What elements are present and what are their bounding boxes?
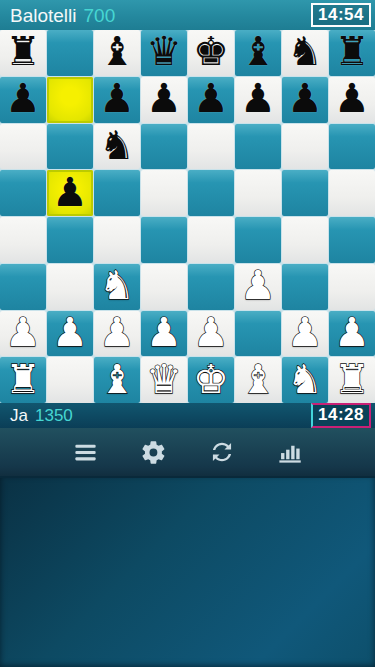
square-b4[interactable]	[47, 217, 93, 263]
square-a7[interactable]: ♟	[0, 77, 46, 123]
square-b2[interactable]: ♟	[47, 311, 93, 357]
square-b1[interactable]	[47, 357, 93, 403]
toolbar	[0, 428, 375, 476]
black-knight-g8: ♞	[287, 30, 323, 74]
white-pawn-b2: ♟	[52, 311, 88, 355]
settings-button[interactable]	[137, 435, 171, 469]
square-e1[interactable]: ♚	[188, 357, 234, 403]
black-pawn-h7: ♟	[334, 77, 370, 121]
stats-icon	[276, 439, 303, 466]
square-h2[interactable]: ♟	[329, 311, 375, 357]
square-c7[interactable]: ♟	[94, 77, 140, 123]
stats-button[interactable]	[273, 435, 307, 469]
player-clock: 14:28	[311, 403, 371, 428]
square-a6[interactable]	[0, 124, 46, 170]
square-c1[interactable]: ♝	[94, 357, 140, 403]
square-d6[interactable]	[141, 124, 187, 170]
content-panel	[0, 476, 375, 667]
black-bishop-c8: ♝	[99, 30, 135, 74]
black-bishop-f8: ♝	[240, 30, 276, 74]
white-rook-h1: ♜	[334, 357, 370, 401]
square-b8[interactable]	[47, 30, 93, 76]
square-c4[interactable]	[94, 217, 140, 263]
black-pawn-d7: ♟	[146, 77, 182, 121]
opponent-rating: 700	[84, 6, 116, 25]
square-e3[interactable]	[188, 264, 234, 310]
black-pawn-g7: ♟	[287, 77, 323, 121]
player-rating: 1350	[35, 407, 73, 424]
square-e2[interactable]: ♟	[188, 311, 234, 357]
black-rook-a8: ♜	[5, 30, 41, 74]
white-rook-a1: ♜	[5, 357, 41, 401]
square-f5[interactable]	[235, 170, 281, 216]
player-bar: Ja 1350 14:28	[0, 403, 375, 428]
square-d8[interactable]: ♛	[141, 30, 187, 76]
square-d3[interactable]	[141, 264, 187, 310]
square-a3[interactable]	[0, 264, 46, 310]
square-c8[interactable]: ♝	[94, 30, 140, 76]
square-a8[interactable]: ♜	[0, 30, 46, 76]
square-f6[interactable]	[235, 124, 281, 170]
square-c2[interactable]: ♟	[94, 311, 140, 357]
square-a2[interactable]: ♟	[0, 311, 46, 357]
player-name: Ja	[10, 407, 28, 424]
square-g7[interactable]: ♟	[282, 77, 328, 123]
white-pawn-g2: ♟	[287, 311, 323, 355]
square-e5[interactable]	[188, 170, 234, 216]
square-d2[interactable]: ♟	[141, 311, 187, 357]
flip-board-button[interactable]	[205, 435, 239, 469]
square-g6[interactable]	[282, 124, 328, 170]
square-e6[interactable]	[188, 124, 234, 170]
white-king-e1: ♚	[193, 357, 229, 401]
white-bishop-f1: ♝	[240, 357, 276, 401]
square-f4[interactable]	[235, 217, 281, 263]
black-queen-d8: ♛	[146, 30, 182, 74]
square-g8[interactable]: ♞	[282, 30, 328, 76]
white-knight-c3: ♞	[99, 264, 135, 308]
square-b6[interactable]	[47, 124, 93, 170]
square-h5[interactable]	[329, 170, 375, 216]
square-h4[interactable]	[329, 217, 375, 263]
square-h8[interactable]: ♜	[329, 30, 375, 76]
menu-button[interactable]	[69, 435, 103, 469]
square-b3[interactable]	[47, 264, 93, 310]
white-bishop-c1: ♝	[99, 357, 135, 401]
black-pawn-c7: ♟	[99, 77, 135, 121]
square-b7[interactable]	[47, 77, 93, 123]
square-d1[interactable]: ♛	[141, 357, 187, 403]
menu-icon	[72, 439, 99, 466]
square-f3[interactable]: ♟	[235, 264, 281, 310]
opponent-name: Balotelli	[10, 6, 77, 25]
square-h6[interactable]	[329, 124, 375, 170]
black-king-e8: ♚	[193, 30, 229, 74]
square-e8[interactable]: ♚	[188, 30, 234, 76]
flip-board-icon	[202, 432, 242, 472]
white-knight-g1: ♞	[287, 357, 323, 401]
black-pawn-a7: ♟	[5, 77, 41, 121]
square-a4[interactable]	[0, 217, 46, 263]
square-a1[interactable]: ♜	[0, 357, 46, 403]
square-b5[interactable]: ♟	[47, 170, 93, 216]
black-pawn-f7: ♟	[240, 77, 276, 121]
square-c5[interactable]	[94, 170, 140, 216]
square-f7[interactable]: ♟	[235, 77, 281, 123]
square-d5[interactable]	[141, 170, 187, 216]
white-pawn-d2: ♟	[146, 311, 182, 355]
square-e4[interactable]	[188, 217, 234, 263]
white-pawn-f3: ♟	[240, 264, 276, 308]
board: ♜♝♛♚♝♞♜♟♟♟♟♟♟♟♞♟♞♟♟♟♟♟♟♟♟♜♝♛♚♝♞♜	[0, 30, 375, 403]
square-a5[interactable]	[0, 170, 46, 216]
square-g4[interactable]	[282, 217, 328, 263]
square-c6[interactable]: ♞	[94, 124, 140, 170]
square-d7[interactable]: ♟	[141, 77, 187, 123]
square-f2[interactable]	[235, 311, 281, 357]
opponent-clock: 14:54	[311, 3, 371, 28]
square-g1[interactable]: ♞	[282, 357, 328, 403]
square-g5[interactable]	[282, 170, 328, 216]
square-d4[interactable]	[141, 217, 187, 263]
white-queen-d1: ♛	[146, 357, 182, 401]
chess-app-screen: Balotelli 700 14:54 ♜♝♛♚♝♞♜♟♟♟♟♟♟♟♞♟♞♟♟♟…	[0, 0, 375, 667]
square-c3[interactable]: ♞	[94, 264, 140, 310]
square-h3[interactable]	[329, 264, 375, 310]
black-knight-c6: ♞	[99, 124, 135, 168]
white-pawn-h2: ♟	[334, 311, 370, 355]
gear-icon	[140, 439, 167, 466]
white-pawn-a2: ♟	[5, 311, 41, 355]
white-pawn-c2: ♟	[99, 311, 135, 355]
opponent-bar: Balotelli 700 14:54	[0, 0, 375, 30]
square-f1[interactable]: ♝	[235, 357, 281, 403]
square-f8[interactable]: ♝	[235, 30, 281, 76]
square-g3[interactable]	[282, 264, 328, 310]
square-h7[interactable]: ♟	[329, 77, 375, 123]
white-pawn-e2: ♟	[193, 311, 229, 355]
black-pawn-e7: ♟	[193, 77, 229, 121]
square-g2[interactable]: ♟	[282, 311, 328, 357]
square-e7[interactable]: ♟	[188, 77, 234, 123]
square-h1[interactable]: ♜	[329, 357, 375, 403]
black-pawn-b5: ♟	[52, 170, 88, 214]
black-rook-h8: ♜	[334, 30, 370, 74]
